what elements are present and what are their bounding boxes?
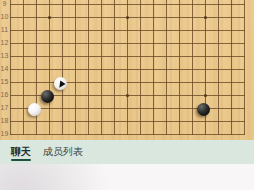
tab-chat[interactable]: 聊天 — [11, 140, 31, 164]
board-grid-line — [140, 0, 141, 135]
row-label: 11 — [0, 26, 9, 34]
board-grid-line — [231, 0, 232, 135]
tab-chat-label: 聊天 — [11, 145, 31, 159]
star-point — [48, 16, 51, 19]
board-grid-line — [10, 69, 245, 70]
go-board[interactable]: 910111213141516171819 — [0, 0, 254, 140]
board-grid-line — [101, 0, 102, 135]
row-label: 14 — [0, 65, 9, 73]
row-label: 15 — [0, 78, 9, 86]
stone-black — [197, 103, 210, 116]
board-grid-line — [10, 30, 245, 31]
stone-white — [54, 77, 67, 90]
board-grid-line — [10, 134, 245, 135]
board-grid-line — [10, 4, 245, 5]
board-grid-line — [114, 0, 115, 135]
row-label: 12 — [0, 39, 9, 47]
star-point — [126, 16, 129, 19]
row-label: 18 — [0, 117, 9, 125]
board-grid-line — [218, 0, 219, 135]
row-label: 13 — [0, 52, 9, 60]
stone-black — [41, 90, 54, 103]
board-grid-line — [127, 0, 128, 135]
tab-bar: 聊天 成员列表 — [0, 140, 254, 164]
board-grid-line — [88, 0, 89, 135]
board-grid-line — [10, 121, 245, 122]
board-grid-line — [10, 0, 11, 135]
row-label: 10 — [0, 13, 9, 21]
star-point — [204, 16, 207, 19]
chat-panel — [0, 164, 254, 190]
board-grid-line — [153, 0, 154, 135]
board-grid-line — [49, 0, 50, 135]
board-grid-line — [75, 0, 76, 135]
board-grid-line — [192, 0, 193, 135]
app-screen: 910111213141516171819 聊天 成员列表 — [0, 0, 254, 190]
board-grid-line — [62, 0, 63, 135]
tab-members[interactable]: 成员列表 — [43, 140, 83, 164]
row-label: 9 — [0, 0, 9, 8]
stone-white — [28, 103, 41, 116]
row-label: 17 — [0, 104, 9, 112]
board-grid-line — [23, 0, 24, 135]
star-point — [204, 94, 207, 97]
row-label: 19 — [0, 130, 9, 138]
row-label: 16 — [0, 91, 9, 99]
board-grid-line — [166, 0, 167, 135]
board-grid-line — [244, 0, 245, 135]
board-grid-line — [10, 43, 245, 44]
last-move-triangle-icon — [57, 80, 66, 89]
board-grid-line — [179, 0, 180, 135]
tab-active-underline-icon — [11, 159, 31, 162]
tab-members-label: 成员列表 — [43, 145, 83, 159]
board-grid-line — [10, 56, 245, 57]
board-grid-line — [10, 82, 245, 83]
star-point — [126, 94, 129, 97]
